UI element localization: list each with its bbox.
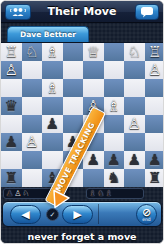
square[interactable] bbox=[104, 115, 125, 133]
square[interactable]: ♗ bbox=[42, 43, 63, 61]
square[interactable] bbox=[63, 97, 84, 115]
square[interactable] bbox=[83, 169, 104, 187]
square[interactable] bbox=[104, 61, 125, 79]
multiplayer-icon bbox=[9, 6, 27, 18]
chess-piece: ♜ bbox=[148, 171, 161, 186]
square[interactable] bbox=[1, 151, 22, 169]
square[interactable]: ♗ bbox=[104, 97, 125, 115]
captured-piece: ♙ bbox=[14, 190, 21, 198]
captured-piece: ♝ bbox=[105, 190, 112, 198]
square[interactable]: ♞ bbox=[104, 169, 125, 187]
page-title: Their Move bbox=[48, 5, 117, 18]
chess-piece: ♙ bbox=[148, 63, 161, 78]
square[interactable] bbox=[124, 133, 145, 151]
move-tracking-arrowhead-icon bbox=[46, 186, 76, 212]
square[interactable] bbox=[42, 133, 63, 151]
chat-button[interactable] bbox=[135, 4, 159, 20]
chess-piece: ♟ bbox=[46, 117, 59, 132]
end-game-label: end bbox=[142, 218, 150, 222]
captured-piece: ♟ bbox=[6, 190, 13, 198]
chess-piece: ♙ bbox=[5, 63, 18, 78]
games-list-button[interactable] bbox=[5, 4, 31, 20]
square[interactable]: ♛ bbox=[1, 97, 22, 115]
square[interactable] bbox=[63, 61, 84, 79]
chess-piece: ♟ bbox=[107, 153, 120, 168]
chess-piece: ♘ bbox=[25, 45, 38, 60]
previous-move-button[interactable]: ◀ bbox=[10, 205, 41, 224]
square[interactable] bbox=[63, 79, 84, 97]
square[interactable] bbox=[42, 97, 63, 115]
player-tab-strip: Dave Bettner bbox=[1, 23, 163, 42]
chess-piece: ♗ bbox=[46, 45, 59, 60]
square[interactable]: ♟ bbox=[145, 151, 165, 169]
square[interactable] bbox=[42, 151, 63, 169]
captured-piece: ♘ bbox=[22, 190, 29, 198]
square[interactable] bbox=[124, 61, 145, 79]
square[interactable]: ♘ bbox=[124, 43, 145, 61]
square[interactable]: ♕ bbox=[83, 43, 104, 61]
square[interactable] bbox=[22, 115, 43, 133]
square[interactable]: ♟ bbox=[124, 151, 145, 169]
square[interactable] bbox=[1, 115, 22, 133]
chess-piece: ♘ bbox=[128, 45, 141, 60]
bottom-toolbar: ◀ ✓ ▶ ⊘ end bbox=[2, 201, 162, 227]
square[interactable] bbox=[145, 115, 165, 133]
square[interactable] bbox=[83, 61, 104, 79]
block-icon: ⊘ bbox=[142, 208, 151, 218]
captured-piece: ♞ bbox=[97, 190, 104, 198]
square[interactable]: ♗ bbox=[42, 79, 63, 97]
chess-piece: ♛ bbox=[5, 99, 18, 114]
square[interactable] bbox=[145, 79, 165, 97]
toolbar-divider bbox=[98, 204, 99, 224]
square[interactable] bbox=[104, 79, 125, 97]
captured-tray-right: ♝♞♝ bbox=[86, 188, 144, 199]
square[interactable]: ♙ bbox=[1, 61, 22, 79]
square[interactable] bbox=[145, 133, 165, 151]
square[interactable] bbox=[63, 43, 84, 61]
square[interactable] bbox=[104, 43, 125, 61]
square[interactable]: ♟ bbox=[104, 151, 125, 169]
square[interactable]: ♜ bbox=[1, 169, 22, 187]
square[interactable]: ♖ bbox=[145, 43, 165, 61]
app-screen: Their Move Dave Bettner ♖♘♗♕♘♖♙♙♗♛♙♗♟♙♟♙… bbox=[0, 0, 164, 244]
chess-piece: ♗ bbox=[46, 81, 59, 96]
square[interactable] bbox=[145, 97, 165, 115]
square[interactable] bbox=[42, 61, 63, 79]
chat-bubble-icon bbox=[140, 6, 154, 18]
chess-piece: ♟ bbox=[148, 153, 161, 168]
square[interactable]: ♙ bbox=[145, 61, 165, 79]
square[interactable] bbox=[22, 97, 43, 115]
square[interactable] bbox=[22, 79, 43, 97]
square[interactable] bbox=[22, 61, 43, 79]
square[interactable] bbox=[83, 79, 104, 97]
square[interactable] bbox=[22, 169, 43, 187]
chess-piece: ♞ bbox=[107, 171, 120, 186]
square[interactable]: ♘ bbox=[22, 43, 43, 61]
square[interactable]: ♖ bbox=[1, 43, 22, 61]
chess-piece: ♟ bbox=[5, 135, 18, 150]
square[interactable]: ♟ bbox=[42, 115, 63, 133]
end-game-button[interactable]: ⊘ end bbox=[136, 204, 157, 225]
square[interactable] bbox=[22, 151, 43, 169]
top-navbar: Their Move bbox=[1, 1, 163, 23]
square[interactable]: ♙ bbox=[22, 133, 43, 151]
chess-piece: ♜ bbox=[5, 171, 18, 186]
square[interactable] bbox=[104, 133, 125, 151]
square[interactable]: ♙ bbox=[124, 115, 145, 133]
square[interactable] bbox=[1, 79, 22, 97]
chess-piece: ♖ bbox=[148, 45, 161, 60]
chess-piece: ♙ bbox=[128, 117, 141, 132]
chess-piece: ♟ bbox=[87, 153, 100, 168]
chess-piece: ♗ bbox=[107, 99, 120, 114]
captured-piece: ♝ bbox=[89, 190, 96, 198]
square[interactable] bbox=[124, 97, 145, 115]
square[interactable] bbox=[124, 79, 145, 97]
square[interactable]: ♜ bbox=[145, 169, 165, 187]
chess-piece: ♟ bbox=[128, 153, 141, 168]
chess-piece: ♕ bbox=[87, 45, 100, 60]
square[interactable]: ♟ bbox=[1, 133, 22, 151]
chess-board[interactable]: ♖♘♗♕♘♖♙♙♗♛♙♗♟♙♟♙♟♟♟♟♟♜♝♞♜ bbox=[1, 42, 164, 187]
chess-piece: ♖ bbox=[5, 45, 18, 60]
captured-tray-strip: ♟♙♘ ♝♞♝ bbox=[1, 187, 163, 201]
player-name-tab[interactable]: Dave Bettner bbox=[7, 26, 89, 42]
chess-piece: ♙ bbox=[25, 135, 38, 150]
app-tagline: never forget a move bbox=[1, 228, 163, 244]
square[interactable] bbox=[124, 169, 145, 187]
square[interactable]: ♟ bbox=[83, 151, 104, 169]
